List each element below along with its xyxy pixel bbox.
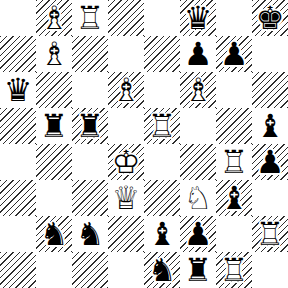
- square-b2[interactable]: ♞♞: [36, 216, 72, 252]
- piece-glyph: ♖: [220, 252, 249, 288]
- black-knight: ♞♞: [144, 252, 180, 288]
- square-h2[interactable]: ♜♖: [252, 216, 288, 252]
- square-a8[interactable]: [0, 0, 36, 36]
- square-a2[interactable]: [0, 216, 36, 252]
- square-a4[interactable]: [0, 144, 36, 180]
- square-h7[interactable]: [252, 36, 288, 72]
- white-rook: ♜♖: [144, 108, 180, 144]
- piece-glyph: ♖: [220, 144, 249, 180]
- white-rook: ♜♖: [252, 216, 288, 252]
- square-h8[interactable]: ♚♚: [252, 0, 288, 36]
- square-e1[interactable]: ♞♞: [144, 252, 180, 288]
- square-d3[interactable]: ♛♕: [108, 180, 144, 216]
- white-bishop: ♝♗: [108, 72, 144, 108]
- black-pawn: ♟♟: [216, 36, 252, 72]
- square-b3[interactable]: [36, 180, 72, 216]
- square-b6[interactable]: [36, 72, 72, 108]
- piece-glyph: ♖: [76, 0, 105, 36]
- square-d8[interactable]: [108, 0, 144, 36]
- square-a5[interactable]: [0, 108, 36, 144]
- square-d1[interactable]: [108, 252, 144, 288]
- square-c8[interactable]: ♜♖: [72, 0, 108, 36]
- square-h6[interactable]: [252, 72, 288, 108]
- square-b5[interactable]: ♜♜: [36, 108, 72, 144]
- black-king: ♚♚: [252, 0, 288, 36]
- square-f6[interactable]: ♝♗: [180, 72, 216, 108]
- piece-glyph: ♖: [256, 216, 285, 252]
- piece-glyph: ♟: [220, 36, 249, 72]
- black-rook: ♜♜: [180, 252, 216, 288]
- white-bishop: ♝♗: [180, 72, 216, 108]
- square-f3[interactable]: ♞♘: [180, 180, 216, 216]
- square-g8[interactable]: [216, 0, 252, 36]
- square-a3[interactable]: [0, 180, 36, 216]
- square-c6[interactable]: [72, 72, 108, 108]
- square-g3[interactable]: ♝♝: [216, 180, 252, 216]
- white-rook: ♜♖: [216, 252, 252, 288]
- square-a7[interactable]: [0, 36, 36, 72]
- square-e7[interactable]: [144, 36, 180, 72]
- piece-glyph: ♛: [4, 72, 33, 108]
- black-bishop: ♝♝: [144, 216, 180, 252]
- square-c7[interactable]: [72, 36, 108, 72]
- square-b4[interactable]: [36, 144, 72, 180]
- chess-board: ♝♗♜♖♛♛♚♚♝♗♟♟♟♟♛♛♝♗♝♗♜♜♜♜♜♖♝♝♚♔♜♖♟♟♛♕♞♘♝♝…: [0, 0, 288, 288]
- piece-glyph: ♛: [184, 0, 213, 36]
- piece-glyph: ♞: [76, 216, 105, 252]
- piece-glyph: ♜: [76, 108, 105, 144]
- square-g4[interactable]: ♜♖: [216, 144, 252, 180]
- black-bishop: ♝♝: [252, 108, 288, 144]
- square-c2[interactable]: ♞♞: [72, 216, 108, 252]
- square-e2[interactable]: ♝♝: [144, 216, 180, 252]
- black-knight: ♞♞: [72, 216, 108, 252]
- piece-glyph: ♕: [112, 180, 141, 216]
- square-d7[interactable]: [108, 36, 144, 72]
- square-h1[interactable]: [252, 252, 288, 288]
- square-d4[interactable]: ♚♔: [108, 144, 144, 180]
- square-e6[interactable]: [144, 72, 180, 108]
- square-h4[interactable]: ♟♟: [252, 144, 288, 180]
- white-knight: ♞♘: [180, 180, 216, 216]
- black-bishop: ♝♝: [216, 180, 252, 216]
- square-d2[interactable]: [108, 216, 144, 252]
- square-f4[interactable]: [180, 144, 216, 180]
- square-h5[interactable]: ♝♝: [252, 108, 288, 144]
- square-g7[interactable]: ♟♟: [216, 36, 252, 72]
- piece-glyph: ♞: [148, 252, 177, 288]
- piece-glyph: ♝: [148, 216, 177, 252]
- square-a6[interactable]: ♛♛: [0, 72, 36, 108]
- square-c4[interactable]: [72, 144, 108, 180]
- square-d6[interactable]: ♝♗: [108, 72, 144, 108]
- piece-glyph: ♘: [184, 180, 213, 216]
- square-g6[interactable]: [216, 72, 252, 108]
- piece-glyph: ♜: [40, 108, 69, 144]
- square-b1[interactable]: [36, 252, 72, 288]
- square-b8[interactable]: ♝♗: [36, 0, 72, 36]
- piece-glyph: ♟: [184, 216, 213, 252]
- black-pawn: ♟♟: [180, 36, 216, 72]
- piece-glyph: ♞: [40, 216, 69, 252]
- square-g1[interactable]: ♜♖: [216, 252, 252, 288]
- piece-glyph: ♝: [220, 180, 249, 216]
- piece-glyph: ♟: [256, 144, 285, 180]
- white-rook: ♜♖: [72, 0, 108, 36]
- white-king: ♚♔: [108, 144, 144, 180]
- square-b7[interactable]: ♝♗: [36, 36, 72, 72]
- square-e5[interactable]: ♜♖: [144, 108, 180, 144]
- black-queen: ♛♛: [0, 72, 36, 108]
- piece-glyph: ♔: [112, 144, 141, 180]
- piece-glyph: ♗: [40, 36, 69, 72]
- square-e8[interactable]: [144, 0, 180, 36]
- square-a1[interactable]: [0, 252, 36, 288]
- piece-glyph: ♟: [184, 36, 213, 72]
- black-queen: ♛♛: [180, 0, 216, 36]
- square-c5[interactable]: ♜♜: [72, 108, 108, 144]
- black-rook: ♜♜: [36, 108, 72, 144]
- piece-glyph: ♗: [112, 72, 141, 108]
- piece-glyph: ♝: [256, 108, 285, 144]
- square-f5[interactable]: [180, 108, 216, 144]
- square-f8[interactable]: ♛♛: [180, 0, 216, 36]
- piece-glyph: ♖: [148, 108, 177, 144]
- black-pawn: ♟♟: [180, 216, 216, 252]
- white-bishop: ♝♗: [36, 0, 72, 36]
- square-c1[interactable]: [72, 252, 108, 288]
- square-d5[interactable]: [108, 108, 144, 144]
- piece-glyph: ♗: [40, 0, 69, 36]
- black-pawn: ♟♟: [252, 144, 288, 180]
- square-e3[interactable]: [144, 180, 180, 216]
- white-rook: ♜♖: [216, 144, 252, 180]
- black-rook: ♜♜: [72, 108, 108, 144]
- piece-glyph: ♜: [184, 252, 213, 288]
- square-e4[interactable]: [144, 144, 180, 180]
- square-f1[interactable]: ♜♜: [180, 252, 216, 288]
- piece-glyph: ♚: [256, 0, 285, 36]
- square-c3[interactable]: [72, 180, 108, 216]
- square-g5[interactable]: [216, 108, 252, 144]
- white-queen: ♛♕: [108, 180, 144, 216]
- black-knight: ♞♞: [36, 216, 72, 252]
- white-bishop: ♝♗: [36, 36, 72, 72]
- square-f7[interactable]: ♟♟: [180, 36, 216, 72]
- square-f2[interactable]: ♟♟: [180, 216, 216, 252]
- piece-glyph: ♗: [184, 72, 213, 108]
- square-g2[interactable]: [216, 216, 252, 252]
- square-h3[interactable]: [252, 180, 288, 216]
